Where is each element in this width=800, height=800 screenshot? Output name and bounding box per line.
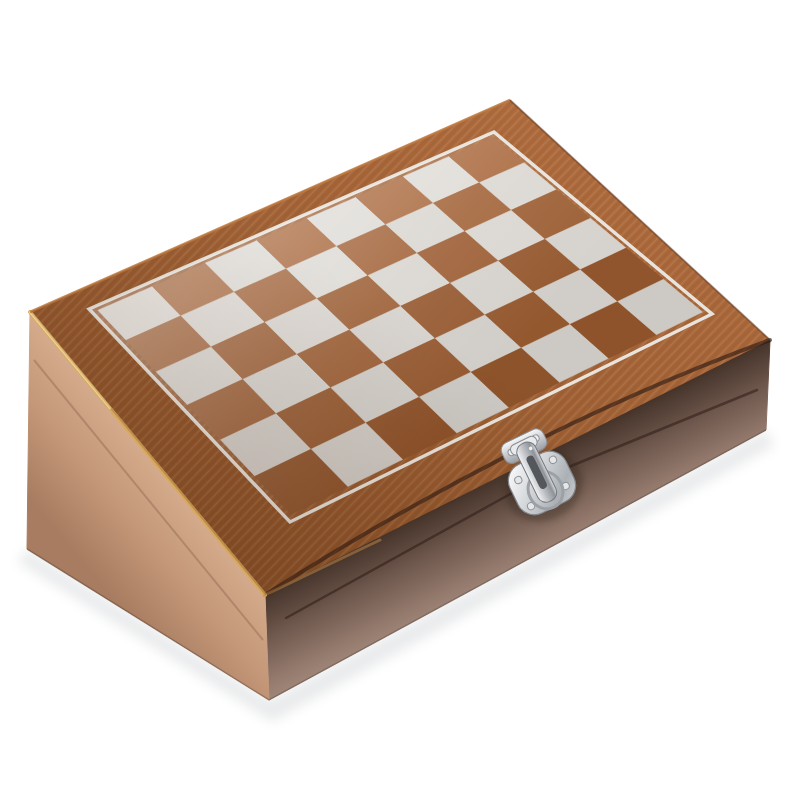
chess-box-scene: [0, 0, 800, 800]
product-photo: [0, 0, 800, 800]
